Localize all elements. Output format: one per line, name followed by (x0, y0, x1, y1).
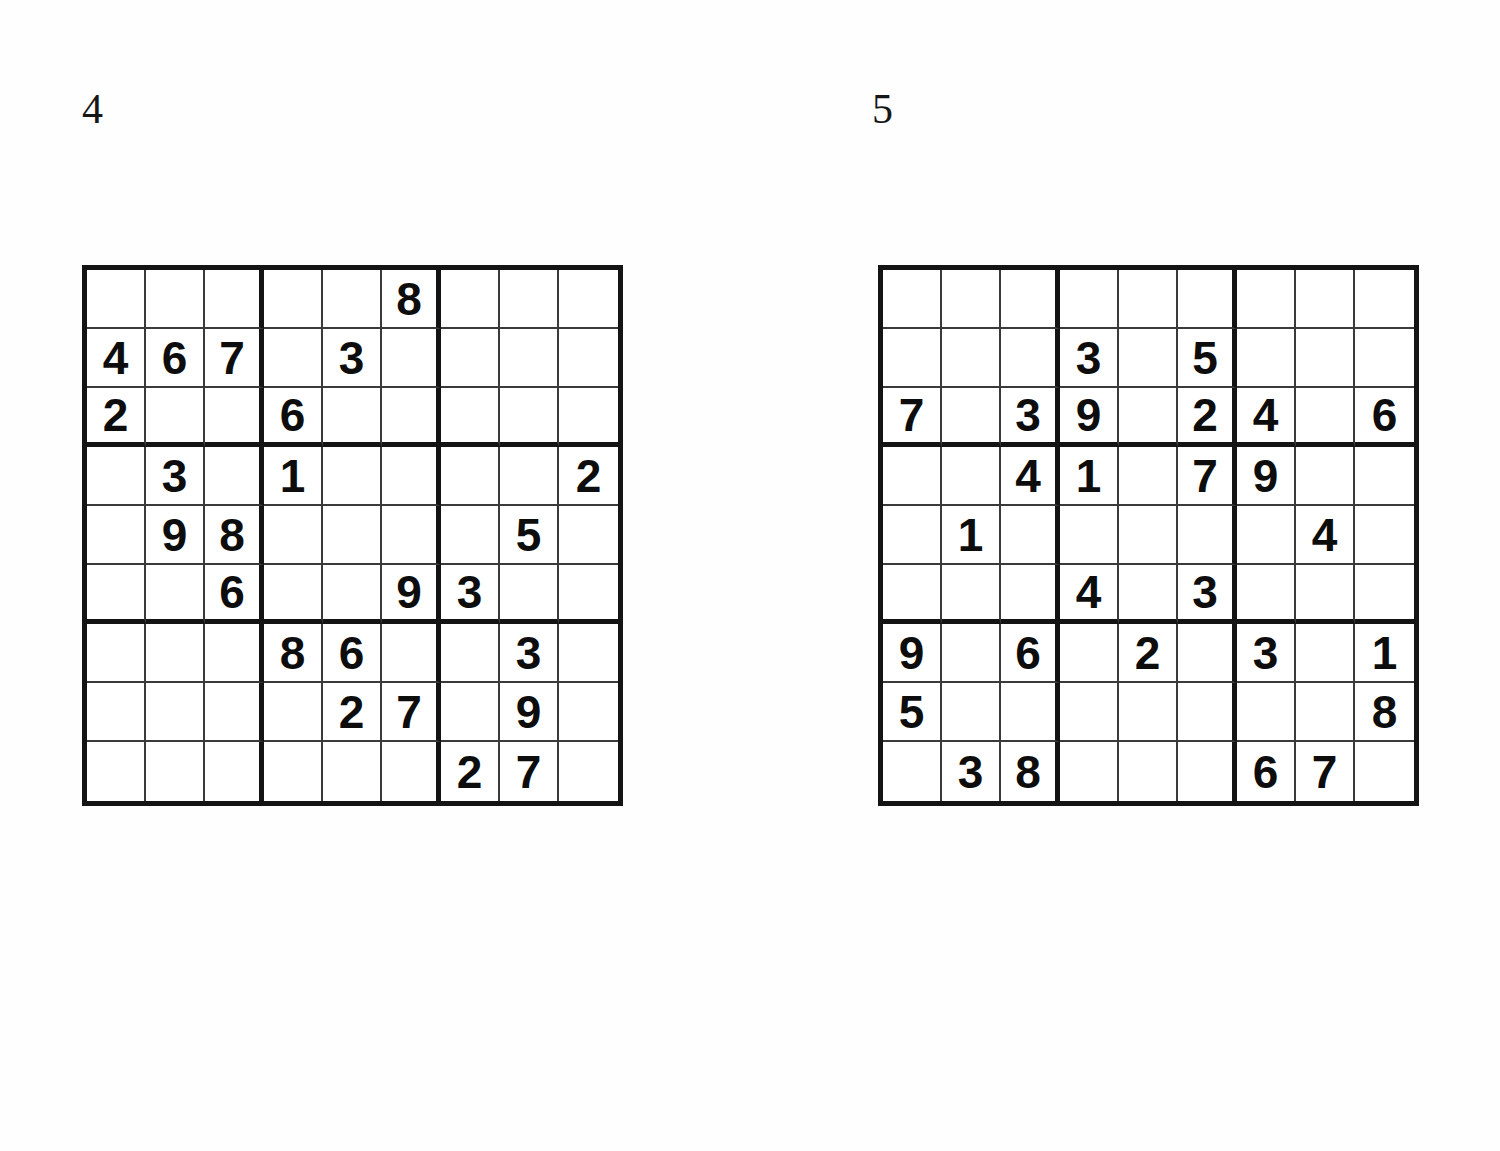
cell-r2c7 (1237, 329, 1296, 388)
cell-r3c5 (1119, 388, 1178, 447)
cell-r2c7 (441, 329, 500, 388)
cell-r6c1 (87, 565, 146, 624)
cell-r2c5: 3 (323, 329, 382, 388)
cell-r4c2: 3 (146, 447, 205, 506)
cell-r9c8: 7 (500, 742, 559, 801)
cell-r4c9: 2 (559, 447, 618, 506)
cell-r2c6: 5 (1178, 329, 1237, 388)
cell-r1c3 (205, 270, 264, 329)
cell-r9c7: 6 (1237, 742, 1296, 801)
cell-r6c2 (942, 565, 1001, 624)
cell-r8c6 (1178, 683, 1237, 742)
cell-r4c6 (382, 447, 441, 506)
cell-r7c4 (1060, 624, 1119, 683)
cell-r5c2: 1 (942, 506, 1001, 565)
cell-r6c5 (1119, 565, 1178, 624)
cell-r9c4 (1060, 742, 1119, 801)
cell-r5c4 (1060, 506, 1119, 565)
cell-r5c8: 4 (1296, 506, 1355, 565)
cell-r4c4: 1 (264, 447, 323, 506)
cell-r4c5 (323, 447, 382, 506)
cell-r7c8: 3 (500, 624, 559, 683)
cell-r9c5 (1119, 742, 1178, 801)
cell-r3c8 (1296, 388, 1355, 447)
cell-r3c4: 6 (264, 388, 323, 447)
cell-r5c3: 8 (205, 506, 264, 565)
cell-r7c7 (441, 624, 500, 683)
cell-r6c1 (883, 565, 942, 624)
cell-r8c9: 8 (1355, 683, 1414, 742)
puzzle-number-right: 5 (872, 88, 893, 130)
cell-r3c6 (382, 388, 441, 447)
cell-r3c2 (942, 388, 1001, 447)
cell-r4c6: 7 (1178, 447, 1237, 506)
cell-r6c2 (146, 565, 205, 624)
cell-r3c4: 9 (1060, 388, 1119, 447)
cell-r7c5: 6 (323, 624, 382, 683)
cell-r3c9: 6 (1355, 388, 1414, 447)
cell-r8c4 (264, 683, 323, 742)
cell-r8c7 (1237, 683, 1296, 742)
cell-r4c3 (205, 447, 264, 506)
cell-r1c1 (87, 270, 146, 329)
cell-r6c7 (1237, 565, 1296, 624)
cell-r7c6 (382, 624, 441, 683)
cell-r1c7 (441, 270, 500, 329)
cell-r2c2 (942, 329, 1001, 388)
cell-r2c3 (1001, 329, 1060, 388)
cell-r2c8 (1296, 329, 1355, 388)
cell-r6c7: 3 (441, 565, 500, 624)
cell-r3c1: 7 (883, 388, 942, 447)
cell-r1c5 (1119, 270, 1178, 329)
cell-r1c8 (500, 270, 559, 329)
cell-r8c3 (205, 683, 264, 742)
cell-r9c3 (205, 742, 264, 801)
cell-r2c1 (883, 329, 942, 388)
cell-r4c9 (1355, 447, 1414, 506)
cell-r2c3: 7 (205, 329, 264, 388)
cell-r3c1: 2 (87, 388, 146, 447)
cell-r1c6: 8 (382, 270, 441, 329)
sudoku-board-left: 846732631298569386327927 (82, 265, 623, 806)
cell-r4c2 (942, 447, 1001, 506)
cell-r3c8 (500, 388, 559, 447)
cell-r1c9 (559, 270, 618, 329)
cell-r3c7 (441, 388, 500, 447)
cell-r8c1 (87, 683, 146, 742)
cell-r3c6: 2 (1178, 388, 1237, 447)
cell-r1c5 (323, 270, 382, 329)
cell-r9c1 (87, 742, 146, 801)
cell-r5c3 (1001, 506, 1060, 565)
cell-r7c1 (87, 624, 146, 683)
cell-r2c1: 4 (87, 329, 146, 388)
cell-r5c4 (264, 506, 323, 565)
cell-r6c8 (500, 565, 559, 624)
cell-r1c1 (883, 270, 942, 329)
cell-r5c5 (1119, 506, 1178, 565)
cell-r1c4 (264, 270, 323, 329)
cell-r7c9 (559, 624, 618, 683)
cell-r4c4: 1 (1060, 447, 1119, 506)
cell-r5c5 (323, 506, 382, 565)
cell-r4c3: 4 (1001, 447, 1060, 506)
cell-r8c7 (441, 683, 500, 742)
puzzle-number-left: 4 (82, 88, 103, 130)
cell-r8c4 (1060, 683, 1119, 742)
cell-r7c2 (146, 624, 205, 683)
cell-r6c6: 9 (382, 565, 441, 624)
cell-r7c5: 2 (1119, 624, 1178, 683)
cell-r1c3 (1001, 270, 1060, 329)
cell-r8c3 (1001, 683, 1060, 742)
cell-r9c2 (146, 742, 205, 801)
cell-r1c9 (1355, 270, 1414, 329)
cell-r1c6 (1178, 270, 1237, 329)
cell-r5c8: 5 (500, 506, 559, 565)
cell-r4c1 (883, 447, 942, 506)
cell-r8c5: 2 (323, 683, 382, 742)
cell-r9c9 (1355, 742, 1414, 801)
cell-r4c5 (1119, 447, 1178, 506)
cell-r9c2: 3 (942, 742, 1001, 801)
cell-r7c2 (942, 624, 1001, 683)
cell-r6c9 (1355, 565, 1414, 624)
cell-r2c9 (559, 329, 618, 388)
cell-r2c4: 3 (1060, 329, 1119, 388)
cell-r5c2: 9 (146, 506, 205, 565)
book-page: 4 5 846732631298569386327927 35739246417… (0, 0, 1500, 1151)
cell-r3c9 (559, 388, 618, 447)
cell-r8c1: 5 (883, 683, 942, 742)
sudoku-board-right: 357392464179144396231583867 (878, 265, 1419, 806)
cell-r3c7: 4 (1237, 388, 1296, 447)
cell-r7c3: 6 (1001, 624, 1060, 683)
cell-r7c4: 8 (264, 624, 323, 683)
cell-r7c3 (205, 624, 264, 683)
cell-r5c9 (1355, 506, 1414, 565)
cell-r1c2 (146, 270, 205, 329)
cell-r6c6: 3 (1178, 565, 1237, 624)
cell-r5c7 (1237, 506, 1296, 565)
cell-r9c4 (264, 742, 323, 801)
cell-r8c2 (942, 683, 1001, 742)
cell-r2c8 (500, 329, 559, 388)
cell-r3c2 (146, 388, 205, 447)
cell-r9c8: 7 (1296, 742, 1355, 801)
cell-r2c4 (264, 329, 323, 388)
cell-r6c8 (1296, 565, 1355, 624)
cell-r9c1 (883, 742, 942, 801)
cell-r8c2 (146, 683, 205, 742)
cell-r5c6 (1178, 506, 1237, 565)
cell-r7c7: 3 (1237, 624, 1296, 683)
cell-r8c9 (559, 683, 618, 742)
cell-r2c5 (1119, 329, 1178, 388)
cell-r9c6 (382, 742, 441, 801)
cell-r5c1 (883, 506, 942, 565)
cell-r2c6 (382, 329, 441, 388)
cell-r4c7: 9 (1237, 447, 1296, 506)
cell-r9c9 (559, 742, 618, 801)
cell-r4c8 (500, 447, 559, 506)
cell-r3c3: 3 (1001, 388, 1060, 447)
cell-r1c7 (1237, 270, 1296, 329)
cell-r9c3: 8 (1001, 742, 1060, 801)
cell-r6c5 (323, 565, 382, 624)
cell-r4c7 (441, 447, 500, 506)
cell-r6c3: 6 (205, 565, 264, 624)
cell-r9c6 (1178, 742, 1237, 801)
cell-r6c3 (1001, 565, 1060, 624)
cell-r8c6: 7 (382, 683, 441, 742)
cell-r4c8 (1296, 447, 1355, 506)
cell-r5c7 (441, 506, 500, 565)
cell-r2c9 (1355, 329, 1414, 388)
cell-r4c1 (87, 447, 146, 506)
cell-r1c2 (942, 270, 1001, 329)
cell-r3c3 (205, 388, 264, 447)
cell-r8c8: 9 (500, 683, 559, 742)
cell-r7c1: 9 (883, 624, 942, 683)
cell-r8c8 (1296, 683, 1355, 742)
cell-r9c7: 2 (441, 742, 500, 801)
cell-r5c9 (559, 506, 618, 565)
cell-r3c5 (323, 388, 382, 447)
cell-r7c8 (1296, 624, 1355, 683)
cell-r7c6 (1178, 624, 1237, 683)
cell-r6c9 (559, 565, 618, 624)
cell-r6c4: 4 (1060, 565, 1119, 624)
cell-r6c4 (264, 565, 323, 624)
cell-r7c9: 1 (1355, 624, 1414, 683)
cell-r5c1 (87, 506, 146, 565)
cell-r9c5 (323, 742, 382, 801)
cell-r1c8 (1296, 270, 1355, 329)
cell-r8c5 (1119, 683, 1178, 742)
cell-r5c6 (382, 506, 441, 565)
cell-r1c4 (1060, 270, 1119, 329)
cell-r2c2: 6 (146, 329, 205, 388)
